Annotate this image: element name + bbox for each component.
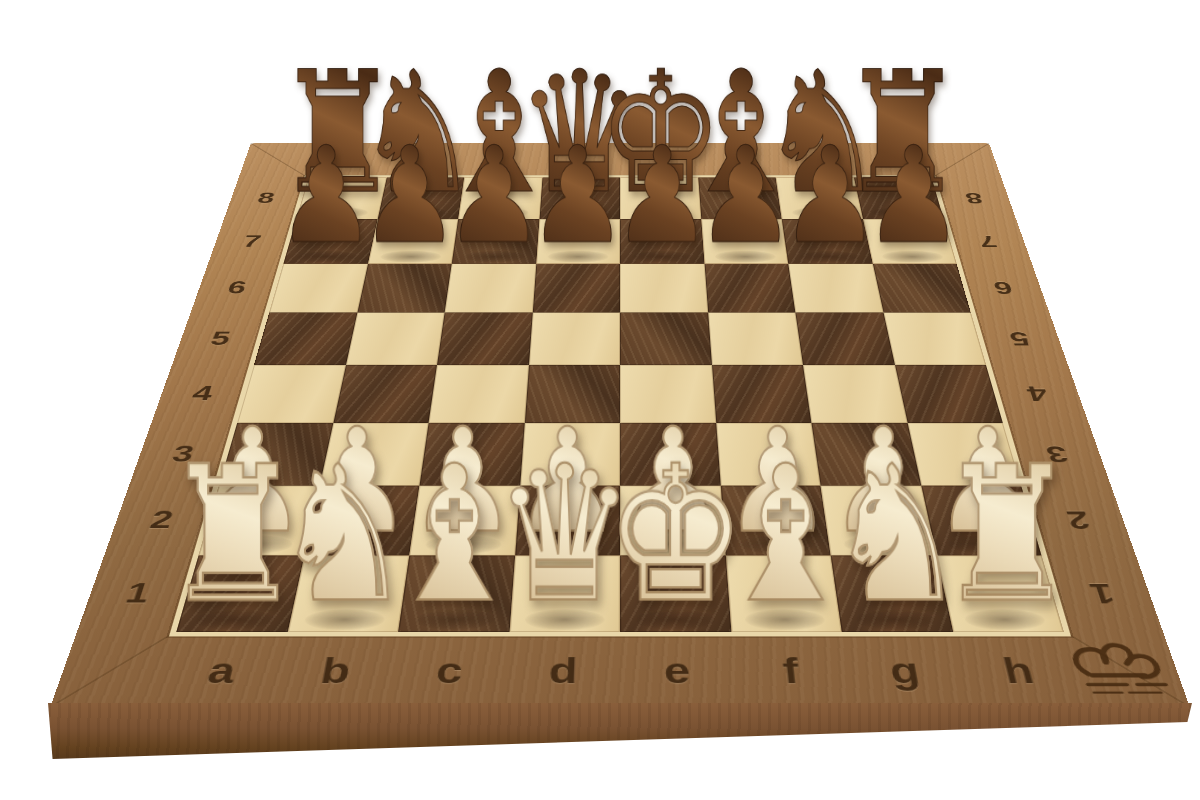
square-e5[interactable] <box>620 312 712 365</box>
rank-label-left-6: 6 <box>202 264 270 313</box>
square-h6[interactable] <box>872 264 970 313</box>
square-a5[interactable] <box>254 312 357 365</box>
square-g1[interactable]: ♞ <box>831 555 953 632</box>
file-label-e: e <box>620 644 736 698</box>
square-f1[interactable]: ♝ <box>725 555 841 632</box>
square-h1[interactable]: ♜ <box>936 555 1064 632</box>
rank-label-left-7: 7 <box>219 219 284 264</box>
square-f6[interactable] <box>704 264 795 313</box>
piece-white-rook[interactable]: ♜ <box>937 441 1078 628</box>
square-f5[interactable] <box>708 312 803 365</box>
square-e7[interactable]: ♟ <box>620 219 704 264</box>
square-c6[interactable] <box>445 264 536 313</box>
square-d1[interactable]: ♛ <box>509 555 620 632</box>
square-b5[interactable] <box>346 312 445 365</box>
square-c7[interactable]: ♟ <box>452 219 539 264</box>
square-f7[interactable]: ♟ <box>701 219 788 264</box>
square-g5[interactable] <box>795 312 894 365</box>
chess-board: ♜♞♝♛♚♝♞♜♟♟♟♟♟♟♟♟♟♟♟♟♟♟♟♟♜♞♝♛♚♝♞♜ 8765432… <box>50 143 1190 708</box>
square-c5[interactable] <box>437 312 532 365</box>
file-label-g: g <box>844 644 968 698</box>
brand-logo <box>1053 636 1185 707</box>
rank-label-right-6: 6 <box>969 264 1037 313</box>
file-label-a: a <box>157 644 285 698</box>
square-a6[interactable] <box>269 264 367 313</box>
file-label-b: b <box>273 644 397 698</box>
board-scene: ♜♞♝♛♚♝♞♜♟♟♟♟♟♟♟♟♟♟♟♟♟♟♟♟♜♞♝♛♚♝♞♜ 8765432… <box>0 0 1200 800</box>
square-h7[interactable]: ♟ <box>863 219 957 264</box>
rank-label-right-7: 7 <box>956 219 1021 264</box>
square-e6[interactable] <box>620 264 708 313</box>
rank-label-left-5: 5 <box>184 312 256 365</box>
square-h5[interactable] <box>883 312 986 365</box>
board-grid: ♜♞♝♛♚♝♞♜♟♟♟♟♟♟♟♟♟♟♟♟♟♟♟♟♜♞♝♛♚♝♞♜ <box>176 178 1063 632</box>
square-g7[interactable]: ♟ <box>782 219 873 264</box>
file-label-c: c <box>389 644 509 698</box>
square-g6[interactable] <box>788 264 883 313</box>
square-d6[interactable] <box>532 264 620 313</box>
file-labels-bottom: abcdefgh <box>157 644 1083 698</box>
rank-label-right-5: 5 <box>984 312 1056 365</box>
product-photo-background: ♜♞♝♛♚♝♞♜♟♟♟♟♟♟♟♟♟♟♟♟♟♟♟♟♜♞♝♛♚♝♞♜ 8765432… <box>0 0 1200 800</box>
file-label-d: d <box>504 644 620 698</box>
square-d5[interactable] <box>529 312 621 365</box>
square-d7[interactable]: ♟ <box>536 219 620 264</box>
square-b6[interactable] <box>357 264 452 313</box>
file-label-f: f <box>732 644 852 698</box>
